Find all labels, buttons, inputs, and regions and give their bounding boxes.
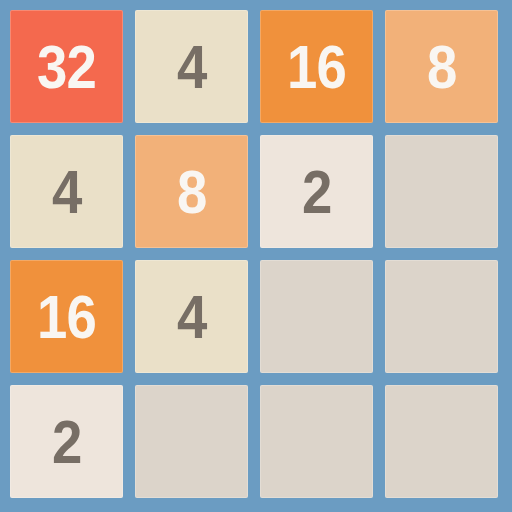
tile-32-r1c1: 32 (10, 10, 123, 123)
tile-16-r3c1: 16 (10, 260, 123, 373)
tile-4-r1c2: 4 (135, 10, 248, 123)
empty-cell-r4c3 (260, 385, 373, 498)
tile-value: 4 (177, 286, 206, 348)
tile-2-r2c3: 2 (260, 135, 373, 248)
tile-4-r2c1: 4 (10, 135, 123, 248)
tile-value: 4 (177, 36, 206, 98)
tile-2-r4c1: 2 (10, 385, 123, 498)
empty-cell-r4c4 (385, 385, 498, 498)
tile-value: 2 (52, 411, 81, 473)
tile-value: 16 (287, 36, 346, 98)
tile-value: 16 (37, 286, 96, 348)
empty-cell-r3c4 (385, 260, 498, 373)
empty-cell-r3c3 (260, 260, 373, 373)
board[interactable]: 3241684821642 (0, 0, 512, 512)
empty-cell-r4c2 (135, 385, 248, 498)
tile-value: 4 (52, 161, 81, 223)
tile-4-r3c2: 4 (135, 260, 248, 373)
tile-8-r2c2: 8 (135, 135, 248, 248)
empty-cell-r2c4 (385, 135, 498, 248)
tile-value: 8 (427, 36, 456, 98)
tile-8-r1c4: 8 (385, 10, 498, 123)
tile-value: 8 (177, 161, 206, 223)
tile-value: 32 (37, 36, 96, 98)
tile-value: 2 (302, 161, 331, 223)
tile-16-r1c3: 16 (260, 10, 373, 123)
